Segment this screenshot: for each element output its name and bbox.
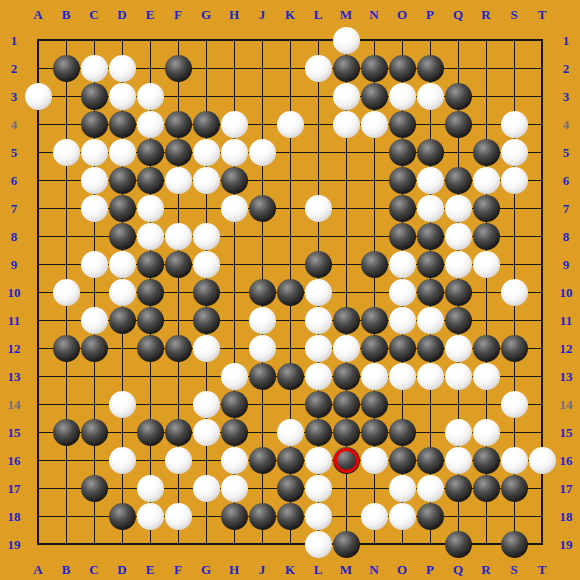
stone-white-L16[interactable] — [305, 447, 332, 474]
stone-black-L15[interactable] — [305, 419, 332, 446]
coord-row-9-left: 9 — [2, 258, 26, 271]
stone-black-G4[interactable] — [193, 111, 220, 138]
stone-white-O9[interactable] — [389, 251, 416, 278]
stone-white-L2[interactable] — [305, 55, 332, 82]
stone-black-O16[interactable] — [389, 447, 416, 474]
coord-row-6-left: 6 — [2, 174, 26, 187]
stone-white-H17[interactable] — [221, 475, 248, 502]
stone-white-R9[interactable] — [473, 251, 500, 278]
stone-black-S17[interactable] — [501, 475, 528, 502]
stone-white-P7[interactable] — [417, 195, 444, 222]
coord-row-6-right: 6 — [554, 174, 578, 187]
stone-black-H15[interactable] — [221, 419, 248, 446]
coord-row-12-left: 12 — [2, 342, 26, 355]
stone-white-B10[interactable] — [53, 279, 80, 306]
stone-black-R5[interactable] — [473, 139, 500, 166]
coord-col-J-bottom: J — [252, 563, 272, 576]
stone-black-E9[interactable] — [137, 251, 164, 278]
stone-white-N16[interactable] — [361, 447, 388, 474]
stone-white-Q13[interactable] — [445, 363, 472, 390]
stone-white-S6[interactable] — [501, 167, 528, 194]
stone-white-Q16[interactable] — [445, 447, 472, 474]
stone-white-E4[interactable] — [137, 111, 164, 138]
stone-white-N18[interactable] — [361, 503, 388, 530]
stone-black-N3[interactable] — [361, 83, 388, 110]
last-move-marker — [334, 448, 359, 473]
coord-row-10-right: 10 — [554, 286, 578, 299]
coord-row-15-right: 15 — [554, 426, 578, 439]
stone-black-E12[interactable] — [137, 335, 164, 362]
stone-black-M14[interactable] — [333, 391, 360, 418]
stone-black-Q4[interactable] — [445, 111, 472, 138]
stone-white-E17[interactable] — [137, 475, 164, 502]
stone-black-P10[interactable] — [417, 279, 444, 306]
stone-black-N9[interactable] — [361, 251, 388, 278]
stone-white-O18[interactable] — [389, 503, 416, 530]
stone-white-K4[interactable] — [277, 111, 304, 138]
stone-white-H5[interactable] — [221, 139, 248, 166]
stone-white-O13[interactable] — [389, 363, 416, 390]
stone-black-F9[interactable] — [165, 251, 192, 278]
stone-black-F2[interactable] — [165, 55, 192, 82]
stone-white-G15[interactable] — [193, 419, 220, 446]
stone-black-O12[interactable] — [389, 335, 416, 362]
stone-black-D4[interactable] — [109, 111, 136, 138]
stone-white-H4[interactable] — [221, 111, 248, 138]
stone-white-G17[interactable] — [193, 475, 220, 502]
stone-white-F6[interactable] — [165, 167, 192, 194]
coord-row-8-right: 8 — [554, 230, 578, 243]
stone-black-E6[interactable] — [137, 167, 164, 194]
stone-white-D3[interactable] — [109, 83, 136, 110]
coord-row-1-left: 1 — [2, 34, 26, 47]
coord-col-F-bottom: F — [168, 563, 188, 576]
stone-black-N12[interactable] — [361, 335, 388, 362]
stone-black-Q10[interactable] — [445, 279, 472, 306]
stone-black-Q17[interactable] — [445, 475, 472, 502]
stone-white-E3[interactable] — [137, 83, 164, 110]
coord-row-15-left: 15 — [2, 426, 26, 439]
stone-white-D5[interactable] — [109, 139, 136, 166]
stone-black-E10[interactable] — [137, 279, 164, 306]
coord-col-E-top: E — [140, 8, 160, 21]
stone-white-M1[interactable] — [333, 27, 360, 54]
coord-row-5-left: 5 — [2, 146, 26, 159]
coord-col-L-top: L — [308, 8, 328, 21]
coord-col-E-bottom: E — [140, 563, 160, 576]
stone-white-S16[interactable] — [501, 447, 528, 474]
stone-black-O7[interactable] — [389, 195, 416, 222]
stone-black-M2[interactable] — [333, 55, 360, 82]
coord-row-7-left: 7 — [2, 202, 26, 215]
coord-col-S-bottom: S — [504, 563, 524, 576]
stone-white-J12[interactable] — [249, 335, 276, 362]
stone-white-H13[interactable] — [221, 363, 248, 390]
stone-white-L12[interactable] — [305, 335, 332, 362]
coord-col-K-top: K — [280, 8, 300, 21]
stone-white-P6[interactable] — [417, 167, 444, 194]
stone-black-M16[interactable] — [333, 447, 360, 474]
stone-white-J11[interactable] — [249, 307, 276, 334]
stone-black-D7[interactable] — [109, 195, 136, 222]
coord-col-J-top: J — [252, 8, 272, 21]
stone-black-H6[interactable] — [221, 167, 248, 194]
stone-black-E15[interactable] — [137, 419, 164, 446]
stone-white-C2[interactable] — [81, 55, 108, 82]
coord-col-D-bottom: D — [112, 563, 132, 576]
stone-white-A3[interactable] — [25, 83, 52, 110]
stone-white-R13[interactable] — [473, 363, 500, 390]
stone-black-N14[interactable] — [361, 391, 388, 418]
stone-white-R15[interactable] — [473, 419, 500, 446]
stone-black-Q11[interactable] — [445, 307, 472, 334]
stone-black-P5[interactable] — [417, 139, 444, 166]
coord-col-B-bottom: B — [56, 563, 76, 576]
coord-row-2-left: 2 — [2, 62, 26, 75]
stone-black-M15[interactable] — [333, 419, 360, 446]
stone-black-K13[interactable] — [277, 363, 304, 390]
stone-black-J13[interactable] — [249, 363, 276, 390]
coord-col-N-top: N — [364, 8, 384, 21]
stone-black-D8[interactable] — [109, 223, 136, 250]
go-board-app: AABBCCDDEEFFGGHHJJKKLLMMNNOOPPQQRRSSTT11… — [0, 0, 580, 580]
coord-row-14-left: 14 — [2, 398, 26, 411]
coord-row-17-right: 17 — [554, 482, 578, 495]
stone-black-K18[interactable] — [277, 503, 304, 530]
stone-black-C17[interactable] — [81, 475, 108, 502]
stone-black-P8[interactable] — [417, 223, 444, 250]
stone-white-R6[interactable] — [473, 167, 500, 194]
stone-black-O2[interactable] — [389, 55, 416, 82]
coord-row-2-right: 2 — [554, 62, 578, 75]
stone-black-P9[interactable] — [417, 251, 444, 278]
coord-col-C-bottom: C — [84, 563, 104, 576]
stone-white-O11[interactable] — [389, 307, 416, 334]
stone-white-O17[interactable] — [389, 475, 416, 502]
coord-row-1-right: 1 — [554, 34, 578, 47]
coord-col-H-top: H — [224, 8, 244, 21]
coord-row-19-left: 19 — [2, 538, 26, 551]
stone-black-G10[interactable] — [193, 279, 220, 306]
stone-white-K15[interactable] — [277, 419, 304, 446]
stone-black-C3[interactable] — [81, 83, 108, 110]
stone-white-D2[interactable] — [109, 55, 136, 82]
stone-black-B15[interactable] — [53, 419, 80, 446]
stone-black-P16[interactable] — [417, 447, 444, 474]
stone-black-R17[interactable] — [473, 475, 500, 502]
coord-col-P-top: P — [420, 8, 440, 21]
stone-white-S5[interactable] — [501, 139, 528, 166]
stone-black-P12[interactable] — [417, 335, 444, 362]
stone-black-O15[interactable] — [389, 419, 416, 446]
coord-col-P-bottom: P — [420, 563, 440, 576]
stone-white-T16[interactable] — [529, 447, 556, 474]
goban[interactable] — [0, 0, 580, 580]
coord-col-S-top: S — [504, 8, 524, 21]
stone-white-Q9[interactable] — [445, 251, 472, 278]
stone-white-L11[interactable] — [305, 307, 332, 334]
stone-white-B5[interactable] — [53, 139, 80, 166]
stone-black-H14[interactable] — [221, 391, 248, 418]
stone-white-E8[interactable] — [137, 223, 164, 250]
coord-row-13-right: 13 — [554, 370, 578, 383]
stone-black-Q19[interactable] — [445, 531, 472, 558]
stone-black-F5[interactable] — [165, 139, 192, 166]
coord-col-O-top: O — [392, 8, 412, 21]
stone-white-G8[interactable] — [193, 223, 220, 250]
stone-white-D9[interactable] — [109, 251, 136, 278]
coord-col-R-top: R — [476, 8, 496, 21]
coord-col-K-bottom: K — [280, 563, 300, 576]
stone-black-C12[interactable] — [81, 335, 108, 362]
stone-white-D16[interactable] — [109, 447, 136, 474]
stone-white-E18[interactable] — [137, 503, 164, 530]
stone-black-K17[interactable] — [277, 475, 304, 502]
stone-white-Q7[interactable] — [445, 195, 472, 222]
coord-row-7-right: 7 — [554, 202, 578, 215]
stone-black-E11[interactable] — [137, 307, 164, 334]
coord-col-Q-bottom: Q — [448, 563, 468, 576]
coord-col-G-bottom: G — [196, 563, 216, 576]
coord-col-B-top: B — [56, 8, 76, 21]
stone-black-J18[interactable] — [249, 503, 276, 530]
coord-col-A-top: A — [28, 8, 48, 21]
coord-col-R-bottom: R — [476, 563, 496, 576]
stone-white-J5[interactable] — [249, 139, 276, 166]
stone-white-N13[interactable] — [361, 363, 388, 390]
stone-white-O10[interactable] — [389, 279, 416, 306]
stone-black-N2[interactable] — [361, 55, 388, 82]
coord-row-17-left: 17 — [2, 482, 26, 495]
stone-black-Q3[interactable] — [445, 83, 472, 110]
stone-white-L17[interactable] — [305, 475, 332, 502]
stone-black-R16[interactable] — [473, 447, 500, 474]
stone-white-F18[interactable] — [165, 503, 192, 530]
stone-white-G14[interactable] — [193, 391, 220, 418]
coord-col-O-bottom: O — [392, 563, 412, 576]
stone-black-Q6[interactable] — [445, 167, 472, 194]
stone-white-L18[interactable] — [305, 503, 332, 530]
stone-black-J10[interactable] — [249, 279, 276, 306]
stone-white-L10[interactable] — [305, 279, 332, 306]
coord-col-Q-top: Q — [448, 8, 468, 21]
coord-row-16-right: 16 — [554, 454, 578, 467]
stone-black-F4[interactable] — [165, 111, 192, 138]
coord-col-L-bottom: L — [308, 563, 328, 576]
coord-col-D-top: D — [112, 8, 132, 21]
coord-row-18-left: 18 — [2, 510, 26, 523]
stone-white-Q15[interactable] — [445, 419, 472, 446]
stone-black-N15[interactable] — [361, 419, 388, 446]
stone-white-L13[interactable] — [305, 363, 332, 390]
stone-white-P13[interactable] — [417, 363, 444, 390]
coord-col-T-bottom: T — [532, 563, 552, 576]
stone-black-F15[interactable] — [165, 419, 192, 446]
coord-row-3-right: 3 — [554, 90, 578, 103]
stone-white-N4[interactable] — [361, 111, 388, 138]
stone-black-R8[interactable] — [473, 223, 500, 250]
stone-black-P2[interactable] — [417, 55, 444, 82]
stone-black-O8[interactable] — [389, 223, 416, 250]
stone-black-K10[interactable] — [277, 279, 304, 306]
stone-black-S19[interactable] — [501, 531, 528, 558]
stone-black-O4[interactable] — [389, 111, 416, 138]
stone-black-O5[interactable] — [389, 139, 416, 166]
stone-white-P17[interactable] — [417, 475, 444, 502]
stone-white-S10[interactable] — [501, 279, 528, 306]
stone-black-M11[interactable] — [333, 307, 360, 334]
stone-black-D6[interactable] — [109, 167, 136, 194]
coord-col-M-top: M — [336, 8, 356, 21]
stone-black-L14[interactable] — [305, 391, 332, 418]
stone-black-P18[interactable] — [417, 503, 444, 530]
stone-white-G5[interactable] — [193, 139, 220, 166]
stone-white-P11[interactable] — [417, 307, 444, 334]
coord-col-A-bottom: A — [28, 563, 48, 576]
stone-white-D14[interactable] — [109, 391, 136, 418]
stone-white-E7[interactable] — [137, 195, 164, 222]
stone-black-O6[interactable] — [389, 167, 416, 194]
stone-black-L9[interactable] — [305, 251, 332, 278]
stone-white-C11[interactable] — [81, 307, 108, 334]
stone-black-B2[interactable] — [53, 55, 80, 82]
stone-white-D10[interactable] — [109, 279, 136, 306]
stone-white-Q12[interactable] — [445, 335, 472, 362]
coord-row-13-left: 13 — [2, 370, 26, 383]
coord-row-14-right: 14 — [554, 398, 578, 411]
stone-white-G12[interactable] — [193, 335, 220, 362]
stone-white-G6[interactable] — [193, 167, 220, 194]
coord-col-G-top: G — [196, 8, 216, 21]
stone-white-P3[interactable] — [417, 83, 444, 110]
stone-black-G11[interactable] — [193, 307, 220, 334]
stone-white-G9[interactable] — [193, 251, 220, 278]
coord-row-8-left: 8 — [2, 230, 26, 243]
stone-white-H16[interactable] — [221, 447, 248, 474]
stone-black-F12[interactable] — [165, 335, 192, 362]
coord-row-4-right: 4 — [554, 118, 578, 131]
coord-row-9-right: 9 — [554, 258, 578, 271]
stone-black-K16[interactable] — [277, 447, 304, 474]
stone-black-B12[interactable] — [53, 335, 80, 362]
stone-black-C15[interactable] — [81, 419, 108, 446]
stone-white-C6[interactable] — [81, 167, 108, 194]
stone-black-M19[interactable] — [333, 531, 360, 558]
stone-black-R7[interactable] — [473, 195, 500, 222]
coord-row-19-right: 19 — [554, 538, 578, 551]
stone-black-J16[interactable] — [249, 447, 276, 474]
stone-white-Q8[interactable] — [445, 223, 472, 250]
coord-row-3-left: 3 — [2, 90, 26, 103]
stone-white-F8[interactable] — [165, 223, 192, 250]
stone-white-O3[interactable] — [389, 83, 416, 110]
stone-black-D11[interactable] — [109, 307, 136, 334]
coord-row-12-right: 12 — [554, 342, 578, 355]
stone-black-D18[interactable] — [109, 503, 136, 530]
stone-white-F16[interactable] — [165, 447, 192, 474]
stone-white-M4[interactable] — [333, 111, 360, 138]
stone-black-N11[interactable] — [361, 307, 388, 334]
stone-black-H18[interactable] — [221, 503, 248, 530]
stone-black-J7[interactable] — [249, 195, 276, 222]
coord-col-C-top: C — [84, 8, 104, 21]
stone-white-S4[interactable] — [501, 111, 528, 138]
coord-col-M-bottom: M — [336, 563, 356, 576]
coord-col-H-bottom: H — [224, 563, 244, 576]
coord-col-N-bottom: N — [364, 563, 384, 576]
stone-white-C9[interactable] — [81, 251, 108, 278]
stone-white-C5[interactable] — [81, 139, 108, 166]
coord-row-11-left: 11 — [2, 314, 26, 327]
stone-white-M12[interactable] — [333, 335, 360, 362]
stone-white-H7[interactable] — [221, 195, 248, 222]
stone-black-E5[interactable] — [137, 139, 164, 166]
stone-white-L7[interactable] — [305, 195, 332, 222]
coord-col-T-top: T — [532, 8, 552, 21]
stone-black-R12[interactable] — [473, 335, 500, 362]
coord-row-18-right: 18 — [554, 510, 578, 523]
stone-black-M13[interactable] — [333, 363, 360, 390]
stone-white-S14[interactable] — [501, 391, 528, 418]
coord-row-4-left: 4 — [2, 118, 26, 131]
coord-row-5-right: 5 — [554, 146, 578, 159]
stone-white-C7[interactable] — [81, 195, 108, 222]
coord-row-11-right: 11 — [554, 314, 578, 327]
stone-black-C4[interactable] — [81, 111, 108, 138]
coord-row-10-left: 10 — [2, 286, 26, 299]
coord-row-16-left: 16 — [2, 454, 26, 467]
stone-black-S12[interactable] — [501, 335, 528, 362]
stone-white-M3[interactable] — [333, 83, 360, 110]
stone-white-L19[interactable] — [305, 531, 332, 558]
coord-col-F-top: F — [168, 8, 188, 21]
